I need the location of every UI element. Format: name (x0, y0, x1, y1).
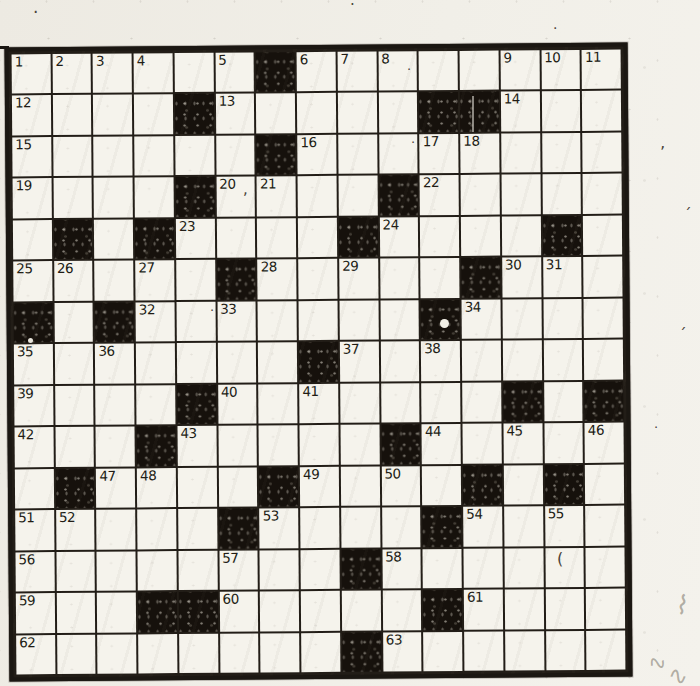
cell-r7c5[interactable] (176, 302, 215, 342)
black-cell-r14c4 (138, 592, 177, 632)
clue-number-34: 34 (465, 300, 481, 315)
clue-number-36: 36 (98, 344, 114, 359)
clue-number-3: 3 (96, 54, 104, 69)
cell-r1c11[interactable] (419, 51, 458, 91)
cell-r10c12[interactable] (463, 424, 502, 464)
cell-r4c8[interactable] (298, 176, 337, 216)
black-cell-r8c8 (299, 342, 338, 382)
cell-r12c4[interactable] (137, 509, 176, 549)
cell-r13c11[interactable] (423, 548, 462, 588)
cell-r3c9[interactable] (338, 134, 377, 174)
crossword-board: 1234567891011121314151617181920212223242… (5, 43, 633, 682)
cell-r1c1[interactable]: 1 (12, 54, 51, 94)
black-cell-r5c14 (542, 216, 581, 256)
cell-r14c10[interactable] (382, 590, 421, 630)
clue-number-45: 45 (506, 424, 522, 439)
cell-r8c14[interactable] (543, 340, 582, 380)
black-cell-r11c7 (259, 467, 298, 507)
cell-r8c15[interactable] (584, 340, 623, 380)
cell-r6c3[interactable] (95, 261, 134, 301)
scan-artifact-14: ∿ (645, 648, 670, 677)
cell-r9c12[interactable] (462, 382, 501, 422)
cell-r3c14[interactable] (542, 133, 581, 173)
cell-r2c14[interactable] (541, 91, 580, 131)
cell-r14c1[interactable]: 59 (16, 593, 55, 633)
clue-number-53: 53 (263, 508, 279, 523)
clue-number-61: 61 (467, 590, 483, 605)
cell-r8c10[interactable] (380, 341, 419, 381)
cell-r6c8[interactable] (298, 259, 337, 299)
cell-r2c15[interactable] (582, 91, 621, 131)
cell-r14c3[interactable] (97, 593, 136, 633)
black-cell-r3c7 (257, 135, 296, 175)
cell-r10c8[interactable] (300, 425, 339, 465)
clue-number-39: 39 (17, 386, 33, 401)
cell-r12c10[interactable] (382, 507, 421, 547)
black-cell-r5c4 (135, 219, 174, 259)
clue-number-24: 24 (382, 217, 398, 232)
cell-r6c4[interactable]: 27 (135, 260, 174, 300)
cell-r4c6[interactable]: 20 (216, 177, 255, 217)
cell-r15c14[interactable] (546, 630, 585, 670)
black-cell-r1c7 (256, 52, 295, 92)
cell-r1c3[interactable]: 3 (93, 53, 132, 93)
cell-r15c5[interactable] (179, 633, 218, 673)
clue-number-29: 29 (342, 259, 358, 274)
clue-number-26: 26 (57, 261, 73, 276)
cell-r13c1[interactable]: 56 (15, 552, 54, 592)
cell-r4c3[interactable] (94, 178, 133, 218)
cell-r15c6[interactable] (220, 633, 259, 673)
clue-number-25: 25 (16, 262, 32, 277)
cell-r13c2[interactable] (56, 551, 95, 591)
cell-r3c8[interactable]: 16 (297, 135, 336, 175)
cell-r5c1[interactable] (13, 220, 52, 260)
cell-r7c14[interactable] (543, 299, 582, 339)
cell-r5c10[interactable]: 24 (379, 217, 418, 257)
clue-number-51: 51 (18, 510, 34, 525)
cell-r13c7[interactable] (260, 550, 299, 590)
clue-number-15: 15 (15, 137, 31, 152)
scan-artifact-13: ⌇ (673, 589, 692, 621)
cell-r3c3[interactable] (94, 136, 133, 176)
cell-r8c9[interactable]: 37 (340, 342, 379, 382)
clue-number-58: 58 (385, 549, 401, 564)
cell-r14c15[interactable] (586, 589, 625, 629)
cell-r11c11[interactable] (422, 466, 461, 506)
cell-r1c4[interactable]: 4 (134, 53, 173, 93)
cell-r13c6[interactable]: 57 (219, 550, 258, 590)
cell-r12c13[interactable] (504, 506, 543, 546)
cell-r10c7[interactable] (259, 425, 298, 465)
cell-r12c7[interactable]: 53 (260, 508, 299, 548)
cell-r15c1[interactable]: 62 (16, 635, 55, 675)
cell-r7c9[interactable] (339, 300, 378, 340)
cell-r4c7[interactable]: 21 (257, 177, 296, 217)
cell-r11c10[interactable]: 50 (381, 466, 420, 506)
cell-r7c13[interactable] (502, 299, 541, 339)
clue-number-56: 56 (18, 552, 34, 567)
clue-number-27: 27 (138, 261, 154, 276)
cell-r7c4[interactable]: 32 (136, 302, 175, 342)
clue-number-2: 2 (55, 54, 63, 69)
clue-number-30: 30 (505, 258, 521, 273)
clue-number-38: 38 (424, 341, 440, 356)
cell-r11c6[interactable] (218, 467, 257, 507)
black-cell-r6c6 (217, 260, 256, 300)
cell-r6c2[interactable]: 26 (54, 261, 93, 301)
clue-number-5: 5 (218, 53, 226, 68)
clue-number-10: 10 (544, 50, 560, 65)
cell-r15c15[interactable] (586, 630, 625, 670)
black-cell-r12c11 (422, 507, 461, 547)
clue-number-48: 48 (140, 468, 156, 483)
cell-r12c12[interactable]: 54 (463, 507, 502, 547)
cell-r2c3[interactable] (93, 95, 132, 135)
cell-r1c13[interactable]: 9 (500, 50, 539, 90)
scan-artifact-15: ∿ (666, 661, 690, 686)
cell-r11c8[interactable]: 49 (300, 467, 339, 507)
cell-r7c6[interactable]: 33 (217, 301, 256, 341)
cell-r1c9[interactable]: 7 (337, 52, 376, 92)
clue-number-59: 59 (19, 593, 35, 608)
cell-r2c4[interactable] (134, 95, 173, 135)
cell-r4c13[interactable] (501, 175, 540, 215)
cell-r3c5[interactable] (175, 136, 214, 176)
cell-r3c4[interactable] (134, 136, 173, 176)
cell-r1c5[interactable] (174, 53, 213, 93)
cell-r12c1[interactable]: 51 (15, 510, 54, 550)
clue-number-9: 9 (503, 50, 511, 65)
cell-r3c2[interactable] (53, 137, 92, 177)
cell-r5c7[interactable] (257, 218, 296, 258)
cell-r8c6[interactable] (218, 343, 257, 383)
cell-r10c2[interactable] (55, 427, 94, 467)
cell-r5c6[interactable] (217, 218, 256, 258)
black-cell-r14c11 (423, 590, 462, 630)
scan-artifact-11: ˏ (679, 312, 687, 330)
cell-r5c3[interactable] (94, 219, 133, 259)
cell-r8c7[interactable] (258, 342, 297, 382)
scan-artifact-9: ’ (660, 143, 665, 162)
cell-r5c5[interactable]: 23 (176, 219, 215, 259)
cell-r11c15[interactable] (585, 464, 624, 504)
scan-artifact-12: · (654, 420, 658, 435)
cell-r14c12[interactable]: 61 (464, 590, 503, 630)
cell-r13c15[interactable] (586, 547, 625, 587)
cell-r5c8[interactable] (298, 218, 337, 258)
cell-r11c13[interactable] (504, 465, 543, 505)
black-cell-r9c15 (584, 381, 623, 421)
scan-artifact-2: · (350, 0, 355, 14)
cell-r4c1[interactable]: 19 (13, 178, 52, 218)
cell-r5c11[interactable] (420, 217, 459, 257)
cell-r6c11[interactable] (421, 258, 460, 298)
cell-r4c14[interactable] (542, 174, 581, 214)
clue-number-33: 33 (220, 301, 236, 316)
black-cell-r4c5 (175, 177, 214, 217)
scan-artifact-1: · (33, 2, 38, 22)
cell-r8c4[interactable] (136, 343, 175, 383)
clue-number-43: 43 (180, 426, 196, 441)
cell-r9c14[interactable] (544, 382, 583, 422)
cell-r4c15[interactable] (583, 174, 622, 214)
cell-r1c2[interactable]: 2 (52, 54, 91, 94)
cell-r9c6[interactable]: 40 (218, 384, 257, 424)
clue-number-19: 19 (16, 179, 32, 194)
cell-r6c7[interactable]: 28 (258, 259, 297, 299)
cell-r2c13[interactable]: 14 (501, 92, 540, 132)
black-cell-r12c6 (219, 509, 258, 549)
clue-number-50: 50 (384, 466, 400, 481)
clue-number-63: 63 (386, 632, 402, 647)
cell-r10c15[interactable]: 46 (585, 423, 624, 463)
black-cell-r13c9 (341, 549, 380, 589)
cell-r11c9[interactable] (341, 466, 380, 506)
cell-r2c6[interactable]: 13 (216, 94, 255, 134)
cell-r7c8[interactable] (299, 301, 338, 341)
cell-r11c5[interactable] (178, 467, 217, 507)
clue-number-13: 13 (219, 94, 235, 109)
clue-number-1: 1 (15, 54, 23, 69)
clue-number-46: 46 (588, 423, 604, 438)
cell-r8c5[interactable] (177, 343, 216, 383)
clue-number-35: 35 (17, 345, 33, 360)
cell-r15c3[interactable] (98, 634, 137, 674)
cell-r9c3[interactable] (96, 385, 135, 425)
cell-r7c12[interactable]: 34 (462, 299, 501, 339)
clue-number-22: 22 (423, 175, 439, 190)
cell-r11c1[interactable] (15, 469, 54, 509)
cell-r1c15[interactable]: 11 (582, 50, 621, 90)
clue-number-44: 44 (425, 424, 441, 439)
cell-r4c2[interactable] (53, 178, 92, 218)
clue-number-57: 57 (222, 550, 238, 565)
cell-r10c5[interactable]: 43 (177, 426, 216, 466)
cell-r12c5[interactable] (178, 509, 217, 549)
cell-r1c14[interactable]: 10 (541, 50, 580, 90)
cell-r14c2[interactable] (57, 593, 96, 633)
cell-r6c9[interactable]: 29 (339, 259, 378, 299)
clue-number-49: 49 (303, 467, 319, 482)
cell-r9c9[interactable] (340, 383, 379, 423)
cell-r10c14[interactable] (544, 423, 583, 463)
clue-number-52: 52 (59, 510, 75, 525)
clue-number-62: 62 (19, 635, 35, 650)
black-cell-r10c4 (137, 426, 176, 466)
cell-r13c12[interactable] (464, 548, 503, 588)
black-cell-r15c9 (342, 632, 381, 672)
cell-r4c11[interactable]: 22 (420, 175, 459, 215)
clue-number-12: 12 (15, 96, 31, 111)
cell-r3c11[interactable]: 17 (420, 134, 459, 174)
cell-r10c11[interactable]: 44 (422, 424, 461, 464)
cell-r13c8[interactable] (301, 549, 340, 589)
cell-r15c4[interactable] (138, 634, 177, 674)
cell-r14c8[interactable] (301, 591, 340, 631)
cell-r6c14[interactable]: 31 (543, 257, 582, 297)
clue-number-42: 42 (18, 427, 34, 442)
cell-r14c9[interactable] (342, 591, 381, 631)
cell-r15c8[interactable] (301, 632, 340, 672)
cell-r5c15[interactable] (583, 215, 622, 255)
clue-number-20: 20 (219, 177, 235, 192)
black-cell-r11c14 (544, 465, 583, 505)
scanned-newspaper-page: 1234567891011121314151617181920212223242… (0, 0, 700, 686)
clue-number-37: 37 (343, 342, 359, 357)
cell-r12c15[interactable] (585, 506, 624, 546)
cell-r12c8[interactable] (300, 508, 339, 548)
clue-number-60: 60 (222, 592, 238, 607)
black-cell-r11c2 (56, 468, 95, 508)
cell-r3c1[interactable]: 15 (12, 137, 51, 177)
cell-r12c9[interactable] (341, 508, 380, 548)
black-cell-r5c2 (54, 220, 93, 260)
cell-r13c13[interactable] (504, 548, 543, 588)
clue-number-14: 14 (504, 92, 520, 107)
cell-r3c12[interactable]: 18 (460, 133, 499, 173)
cell-r10c6[interactable] (218, 426, 257, 466)
cell-r13c5[interactable] (178, 550, 217, 590)
cell-r1c8[interactable]: 6 (297, 52, 336, 92)
cell-r8c12[interactable] (462, 341, 501, 381)
cell-r9c7[interactable] (259, 384, 298, 424)
cell-r15c12[interactable] (464, 631, 503, 671)
cell-r4c12[interactable] (461, 175, 500, 215)
cell-r9c1[interactable]: 39 (14, 386, 53, 426)
black-cell-r7c1 (14, 303, 53, 343)
black-cell-r14c5 (179, 592, 218, 632)
cell-r13c3[interactable] (97, 551, 136, 591)
clue-number-17: 17 (423, 134, 439, 149)
cell-r11c3[interactable]: 47 (96, 468, 135, 508)
cell-r8c11[interactable]: 38 (421, 341, 460, 381)
cell-r15c10[interactable]: 63 (383, 632, 422, 672)
black-cell-r2c11 (419, 92, 458, 132)
cell-r4c4[interactable] (135, 178, 174, 218)
cell-r10c1[interactable]: 42 (15, 427, 54, 467)
black-cell-r5c9 (339, 217, 378, 257)
clue-number-18: 18 (463, 134, 479, 149)
cell-r15c2[interactable] (57, 634, 96, 674)
scan-artifact-3: · (553, 20, 557, 36)
cell-r9c2[interactable] (55, 385, 94, 425)
cell-r8c13[interactable] (503, 341, 542, 381)
cell-r7c15[interactable] (584, 298, 623, 338)
black-cell-r11c12 (463, 465, 502, 505)
black-cell-r10c10 (381, 424, 420, 464)
clue-number-8: 8 (381, 51, 389, 66)
black-cell-r2c5 (175, 94, 214, 134)
cell-r6c10[interactable] (380, 259, 419, 299)
black-cell-r9c5 (177, 385, 216, 425)
clue-number-47: 47 (99, 468, 115, 483)
clue-number-54: 54 (466, 507, 482, 522)
cell-r8c1[interactable]: 35 (14, 344, 53, 384)
cell-r10c9[interactable] (340, 425, 379, 465)
black-cell-r9c13 (503, 382, 542, 422)
clue-number-4: 4 (137, 53, 145, 68)
clue-number-55: 55 (548, 506, 564, 521)
cell-r1c12[interactable] (460, 51, 499, 91)
clue-number-6: 6 (300, 52, 308, 67)
cell-r10c3[interactable] (96, 427, 135, 467)
cell-r14c13[interactable] (505, 589, 544, 629)
cell-r8c2[interactable] (55, 344, 94, 384)
clue-number-31: 31 (546, 257, 562, 272)
black-cell-r4c10 (379, 176, 418, 216)
cell-r12c14[interactable]: 55 (545, 506, 584, 546)
clue-number-7: 7 (340, 52, 348, 67)
black-cell-r2c12 (460, 92, 499, 132)
cell-r3c10[interactable] (379, 134, 418, 174)
black-cell-r7c3 (95, 302, 134, 342)
cell-r9c10[interactable] (381, 383, 420, 423)
scan-artifact-10: ˊ (684, 206, 692, 224)
cell-r7c7[interactable] (258, 301, 297, 341)
cell-r12c2[interactable]: 52 (56, 510, 95, 550)
cell-r1c10[interactable]: 8 (378, 51, 417, 91)
clue-number-16: 16 (300, 135, 316, 150)
cell-r14c6[interactable]: 60 (219, 592, 258, 632)
black-cell-r7c11 (421, 300, 460, 340)
cell-r15c11[interactable] (423, 631, 462, 671)
cell-r2c8[interactable] (297, 93, 336, 133)
cell-r13c4[interactable] (138, 551, 177, 591)
cell-r4c9[interactable] (338, 176, 377, 216)
cell-r9c4[interactable] (136, 385, 175, 425)
cell-r13c14[interactable] (545, 548, 584, 588)
cell-r12c3[interactable] (97, 510, 136, 550)
cell-r2c10[interactable] (378, 93, 417, 133)
cell-r15c13[interactable] (505, 631, 544, 671)
cell-r3c6[interactable] (216, 135, 255, 175)
clue-number-28: 28 (261, 260, 277, 275)
cell-r9c8[interactable]: 41 (299, 384, 338, 424)
cell-r6c15[interactable] (583, 257, 622, 297)
clue-number-41: 41 (302, 384, 318, 399)
black-cell-r6c12 (461, 258, 500, 298)
clue-number-11: 11 (585, 50, 601, 65)
cell-r7c10[interactable] (380, 300, 419, 340)
cell-r3c13[interactable] (501, 133, 540, 173)
cell-r13c10[interactable]: 58 (382, 549, 421, 589)
cell-r2c9[interactable] (338, 93, 377, 133)
cell-r10c13[interactable]: 45 (503, 423, 542, 463)
cell-r9c11[interactable] (421, 383, 460, 423)
clue-number-32: 32 (139, 302, 155, 317)
cell-r5c13[interactable] (502, 216, 541, 256)
cell-r2c1[interactable]: 12 (12, 96, 51, 136)
cell-r6c5[interactable] (176, 260, 215, 300)
cell-r3c15[interactable] (582, 133, 621, 173)
cell-r2c7[interactable] (256, 94, 295, 134)
clue-number-23: 23 (179, 219, 195, 234)
cell-r2c2[interactable] (53, 95, 92, 135)
cell-r6c13[interactable]: 30 (502, 258, 541, 298)
cell-r5c12[interactable] (461, 216, 500, 256)
clue-number-21: 21 (260, 177, 276, 192)
cell-r15c7[interactable] (261, 633, 300, 673)
cell-r8c3[interactable]: 36 (95, 344, 134, 384)
clue-number-40: 40 (221, 384, 237, 399)
cell-r6c1[interactable]: 25 (13, 261, 52, 301)
cell-r14c14[interactable] (545, 589, 584, 629)
cell-r14c7[interactable] (260, 591, 299, 631)
cell-r11c4[interactable]: 48 (137, 468, 176, 508)
cell-r7c2[interactable] (54, 303, 93, 343)
cell-r1c6[interactable]: 5 (215, 52, 254, 92)
